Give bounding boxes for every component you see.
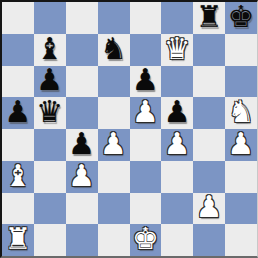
square-c1[interactable] — [66, 224, 98, 256]
square-b1[interactable] — [34, 224, 66, 256]
square-b6[interactable]: ♟ — [34, 66, 66, 98]
square-b8[interactable] — [34, 2, 66, 34]
square-c6[interactable] — [66, 66, 98, 98]
square-h7[interactable] — [225, 34, 257, 66]
white-king-e1: ♚ — [132, 224, 159, 254]
square-f1[interactable] — [161, 224, 193, 256]
square-b2[interactable] — [34, 193, 66, 225]
square-d2[interactable] — [98, 193, 130, 225]
square-h1[interactable] — [225, 224, 257, 256]
square-f8[interactable] — [161, 2, 193, 34]
white-pawn-c3: ♟ — [68, 161, 95, 191]
square-h3[interactable] — [225, 161, 257, 193]
square-d6[interactable] — [98, 66, 130, 98]
white-knight-h5: ♞ — [228, 97, 255, 127]
white-pawn-g2: ♟ — [196, 193, 223, 223]
square-a7[interactable] — [2, 34, 34, 66]
square-e3[interactable] — [130, 161, 162, 193]
square-h8[interactable]: ♚ — [225, 2, 257, 34]
square-a6[interactable] — [2, 66, 34, 98]
square-f6[interactable] — [161, 66, 193, 98]
square-e6[interactable]: ♟ — [130, 66, 162, 98]
square-h6[interactable] — [225, 66, 257, 98]
black-rook-g8: ♜ — [196, 2, 223, 32]
white-bishop-a3: ♝ — [4, 161, 31, 191]
square-g1[interactable] — [193, 224, 225, 256]
square-a8[interactable] — [2, 2, 34, 34]
black-pawn-c4: ♟ — [68, 129, 95, 159]
square-g5[interactable] — [193, 97, 225, 129]
square-f4[interactable]: ♟ — [161, 129, 193, 161]
square-c7[interactable] — [66, 34, 98, 66]
square-c8[interactable] — [66, 2, 98, 34]
black-king-h8: ♚ — [228, 2, 255, 32]
square-a5[interactable]: ♟ — [2, 97, 34, 129]
black-bishop-b7: ♝ — [36, 34, 63, 64]
black-queen-b5: ♛ — [36, 97, 63, 127]
square-c5[interactable] — [66, 97, 98, 129]
white-pawn-e5: ♟ — [132, 97, 159, 127]
square-e5[interactable]: ♟ — [130, 97, 162, 129]
white-pawn-h4: ♟ — [228, 129, 255, 159]
square-c4[interactable]: ♟ — [66, 129, 98, 161]
square-d8[interactable] — [98, 2, 130, 34]
square-f2[interactable] — [161, 193, 193, 225]
square-h4[interactable]: ♟ — [225, 129, 257, 161]
square-a2[interactable] — [2, 193, 34, 225]
square-a4[interactable] — [2, 129, 34, 161]
square-f3[interactable] — [161, 161, 193, 193]
square-h5[interactable]: ♞ — [225, 97, 257, 129]
square-b4[interactable] — [34, 129, 66, 161]
square-d3[interactable] — [98, 161, 130, 193]
square-e1[interactable]: ♚ — [130, 224, 162, 256]
white-pawn-d4: ♟ — [100, 129, 127, 159]
white-queen-f7: ♛ — [164, 34, 191, 64]
square-f5[interactable]: ♟ — [161, 97, 193, 129]
square-f7[interactable]: ♛ — [161, 34, 193, 66]
square-b5[interactable]: ♛ — [34, 97, 66, 129]
white-pawn-f4: ♟ — [164, 129, 191, 159]
square-g4[interactable] — [193, 129, 225, 161]
chess-board: ♜♚♝♞♛♟♟♟♛♟♟♞♟♟♟♟♝♟♟♜♚ — [0, 0, 258, 258]
square-e2[interactable] — [130, 193, 162, 225]
square-b7[interactable]: ♝ — [34, 34, 66, 66]
white-rook-a1: ♜ — [4, 224, 31, 254]
square-c2[interactable] — [66, 193, 98, 225]
square-c3[interactable]: ♟ — [66, 161, 98, 193]
black-pawn-e6: ♟ — [132, 66, 159, 96]
square-e8[interactable] — [130, 2, 162, 34]
black-pawn-b6: ♟ — [36, 66, 63, 96]
square-d5[interactable] — [98, 97, 130, 129]
black-pawn-a5: ♟ — [4, 97, 31, 127]
square-a1[interactable]: ♜ — [2, 224, 34, 256]
square-g6[interactable] — [193, 66, 225, 98]
square-d7[interactable]: ♞ — [98, 34, 130, 66]
square-g3[interactable] — [193, 161, 225, 193]
square-b3[interactable] — [34, 161, 66, 193]
square-e4[interactable] — [130, 129, 162, 161]
square-d4[interactable]: ♟ — [98, 129, 130, 161]
square-g8[interactable]: ♜ — [193, 2, 225, 34]
black-knight-d7: ♞ — [100, 34, 127, 64]
square-d1[interactable] — [98, 224, 130, 256]
square-g7[interactable] — [193, 34, 225, 66]
square-h2[interactable] — [225, 193, 257, 225]
square-e7[interactable] — [130, 34, 162, 66]
square-g2[interactable]: ♟ — [193, 193, 225, 225]
black-pawn-f5: ♟ — [164, 97, 191, 127]
square-a3[interactable]: ♝ — [2, 161, 34, 193]
